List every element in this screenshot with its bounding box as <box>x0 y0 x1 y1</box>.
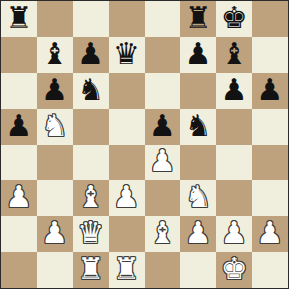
square-c5[interactable] <box>73 109 109 145</box>
square-d1[interactable]: ♜ <box>109 252 145 288</box>
square-f6[interactable] <box>180 73 216 109</box>
square-e7[interactable] <box>145 37 181 73</box>
white-rook: ♜ <box>113 254 140 284</box>
square-a7[interactable] <box>1 37 37 73</box>
square-b2[interactable]: ♟ <box>37 216 73 252</box>
square-h2[interactable]: ♟ <box>252 216 288 252</box>
white-pawn: ♟ <box>113 182 140 212</box>
white-king: ♚ <box>221 254 248 284</box>
white-pawn: ♟ <box>221 218 248 248</box>
square-g1[interactable]: ♚ <box>216 252 252 288</box>
black-queen: ♛ <box>113 39 140 69</box>
square-a1[interactable] <box>1 252 37 288</box>
square-d4[interactable] <box>109 145 145 181</box>
square-g2[interactable]: ♟ <box>216 216 252 252</box>
square-c2[interactable]: ♛ <box>73 216 109 252</box>
square-b3[interactable] <box>37 180 73 216</box>
square-h4[interactable] <box>252 145 288 181</box>
square-f2[interactable]: ♟ <box>180 216 216 252</box>
square-g8[interactable]: ♚ <box>216 1 252 37</box>
square-e1[interactable] <box>145 252 181 288</box>
square-f3[interactable]: ♞ <box>180 180 216 216</box>
square-d7[interactable]: ♛ <box>109 37 145 73</box>
square-d5[interactable] <box>109 109 145 145</box>
square-d3[interactable]: ♟ <box>109 180 145 216</box>
square-c3[interactable]: ♝ <box>73 180 109 216</box>
square-a4[interactable] <box>1 145 37 181</box>
square-f7[interactable]: ♟ <box>180 37 216 73</box>
black-knight: ♞ <box>185 111 212 141</box>
black-pawn: ♟ <box>41 75 68 105</box>
square-b6[interactable]: ♟ <box>37 73 73 109</box>
black-bishop: ♝ <box>221 39 248 69</box>
black-pawn: ♟ <box>185 39 212 69</box>
square-h8[interactable] <box>252 1 288 37</box>
square-b7[interactable]: ♝ <box>37 37 73 73</box>
square-c4[interactable] <box>73 145 109 181</box>
white-pawn: ♟ <box>41 218 68 248</box>
square-b8[interactable] <box>37 1 73 37</box>
black-knight: ♞ <box>77 75 104 105</box>
square-g3[interactable] <box>216 180 252 216</box>
white-pawn: ♟ <box>5 182 32 212</box>
square-e2[interactable]: ♝ <box>145 216 181 252</box>
white-pawn: ♟ <box>257 218 284 248</box>
square-f5[interactable]: ♞ <box>180 109 216 145</box>
black-bishop: ♝ <box>41 39 68 69</box>
square-f4[interactable] <box>180 145 216 181</box>
square-a6[interactable] <box>1 73 37 109</box>
square-e6[interactable] <box>145 73 181 109</box>
white-queen: ♛ <box>77 218 104 248</box>
square-e5[interactable]: ♟ <box>145 109 181 145</box>
white-knight: ♞ <box>41 111 68 141</box>
square-c7[interactable]: ♟ <box>73 37 109 73</box>
square-e8[interactable] <box>145 1 181 37</box>
square-g7[interactable]: ♝ <box>216 37 252 73</box>
square-h6[interactable]: ♟ <box>252 73 288 109</box>
square-a3[interactable]: ♟ <box>1 180 37 216</box>
white-pawn: ♟ <box>149 146 176 176</box>
chess-board: ♜♜♚♝♟♛♟♝♟♞♟♟♟♞♟♞♟♟♝♟♞♟♛♝♟♟♟♜♜♚ <box>0 0 289 289</box>
black-pawn: ♟ <box>5 111 32 141</box>
black-pawn: ♟ <box>221 75 248 105</box>
square-a8[interactable]: ♜ <box>1 1 37 37</box>
white-bishop: ♝ <box>77 182 104 212</box>
white-knight: ♞ <box>185 182 212 212</box>
black-king: ♚ <box>221 3 248 33</box>
black-pawn: ♟ <box>77 39 104 69</box>
square-d6[interactable] <box>109 73 145 109</box>
black-pawn: ♟ <box>257 75 284 105</box>
square-b4[interactable] <box>37 145 73 181</box>
black-rook: ♜ <box>185 3 212 33</box>
black-rook: ♜ <box>5 3 32 33</box>
square-c8[interactable] <box>73 1 109 37</box>
square-e3[interactable] <box>145 180 181 216</box>
white-pawn: ♟ <box>185 218 212 248</box>
square-f1[interactable] <box>180 252 216 288</box>
square-h7[interactable] <box>252 37 288 73</box>
square-g4[interactable] <box>216 145 252 181</box>
square-g6[interactable]: ♟ <box>216 73 252 109</box>
square-e4[interactable]: ♟ <box>145 145 181 181</box>
square-c1[interactable]: ♜ <box>73 252 109 288</box>
square-b1[interactable] <box>37 252 73 288</box>
square-h3[interactable] <box>252 180 288 216</box>
square-g5[interactable] <box>216 109 252 145</box>
square-h5[interactable] <box>252 109 288 145</box>
square-a5[interactable]: ♟ <box>1 109 37 145</box>
square-b5[interactable]: ♞ <box>37 109 73 145</box>
square-d8[interactable] <box>109 1 145 37</box>
white-rook: ♜ <box>77 254 104 284</box>
square-c6[interactable]: ♞ <box>73 73 109 109</box>
black-pawn: ♟ <box>149 111 176 141</box>
white-bishop: ♝ <box>149 218 176 248</box>
square-f8[interactable]: ♜ <box>180 1 216 37</box>
square-d2[interactable] <box>109 216 145 252</box>
square-h1[interactable] <box>252 252 288 288</box>
square-a2[interactable] <box>1 216 37 252</box>
